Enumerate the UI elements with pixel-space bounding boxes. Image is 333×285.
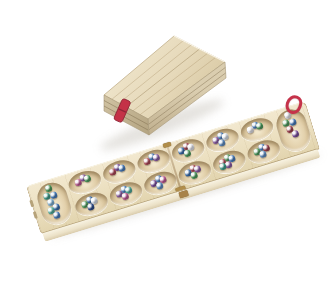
marble: [256, 122, 265, 131]
marble: [83, 174, 92, 183]
marble: [52, 210, 61, 219]
marble: [152, 153, 161, 162]
product-photo-scene: [0, 0, 333, 285]
marble: [291, 129, 300, 138]
front-edge-hinge-icon: [179, 190, 189, 198]
marble: [118, 164, 127, 173]
left-end-clasp-notch: [29, 200, 34, 208]
